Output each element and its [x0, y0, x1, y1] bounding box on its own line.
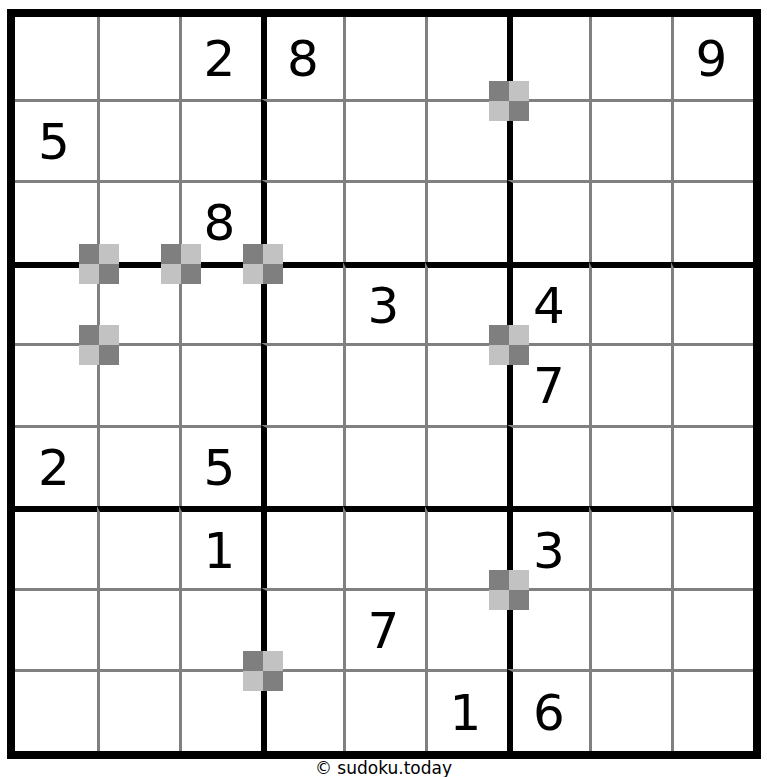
cell-r6c4[interactable]: [261, 425, 343, 507]
battenburg-marker: [489, 325, 529, 365]
battenburg-quadrant-dark: [243, 651, 263, 671]
battenburg-quadrant-light: [181, 244, 201, 264]
cell-r5c3[interactable]: [179, 343, 261, 425]
given-digit: 8: [204, 198, 236, 248]
battenburg-quadrant-dark: [263, 264, 283, 284]
cell-r2c1[interactable]: 5: [15, 99, 97, 181]
battenburg-quadrant-light: [509, 81, 529, 101]
cell-r7c4[interactable]: [261, 506, 343, 588]
battenburg-quadrant-dark: [181, 264, 201, 284]
battenburg-quadrant-light: [243, 671, 263, 691]
battenburg-quadrant-dark: [243, 244, 263, 264]
cell-r7c3[interactable]: 1: [179, 506, 261, 588]
cell-r8c9[interactable]: [671, 588, 753, 670]
cell-r6c8[interactable]: [589, 425, 671, 507]
given-digit: 5: [38, 117, 70, 167]
given-digit: 5: [204, 443, 236, 493]
battenburg-quadrant-light: [509, 570, 529, 590]
cell-r2c8[interactable]: [589, 99, 671, 181]
battenburg-quadrant-light: [161, 264, 181, 284]
cell-r3c9[interactable]: [671, 180, 753, 262]
cell-r2c3[interactable]: [179, 99, 261, 181]
battenburg-quadrant-dark: [79, 325, 99, 345]
battenburg-quadrant-dark: [161, 244, 181, 264]
battenburg-quadrant-dark: [509, 590, 529, 610]
battenburg-quadrant-light: [79, 345, 99, 365]
cell-r9c6[interactable]: 1: [425, 669, 507, 751]
cell-r7c8[interactable]: [589, 506, 671, 588]
given-digit: 2: [204, 34, 236, 84]
cell-r7c1[interactable]: [15, 506, 97, 588]
given-digit: 7: [533, 361, 565, 411]
battenburg-quadrant-dark: [263, 671, 283, 691]
cell-r6c3[interactable]: 5: [179, 425, 261, 507]
cell-r2c9[interactable]: [671, 99, 753, 181]
given-digit: 9: [696, 34, 728, 84]
battenburg-marker: [161, 244, 201, 284]
cell-r2c2[interactable]: [97, 99, 179, 181]
cell-r9c1[interactable]: [15, 669, 97, 751]
given-digit: 1: [450, 688, 482, 738]
battenburg-quadrant-light: [99, 325, 119, 345]
cell-r3c6[interactable]: [425, 180, 507, 262]
cell-r6c1[interactable]: 2: [15, 425, 97, 507]
cell-r5c5[interactable]: [343, 343, 425, 425]
cell-r9c5[interactable]: [343, 669, 425, 751]
battenburg-quadrant-light: [489, 101, 509, 121]
battenburg-quadrant-dark: [509, 101, 529, 121]
battenburg-quadrant-dark: [489, 325, 509, 345]
cell-r3c8[interactable]: [589, 180, 671, 262]
given-digit: 3: [533, 526, 565, 576]
given-digit: 6: [533, 688, 565, 738]
cell-r9c9[interactable]: [671, 669, 753, 751]
cell-r9c8[interactable]: [589, 669, 671, 751]
cell-r5c8[interactable]: [589, 343, 671, 425]
cell-r6c6[interactable]: [425, 425, 507, 507]
sudoku-board: 289583472513716: [7, 9, 761, 759]
cell-r7c2[interactable]: [97, 506, 179, 588]
cell-r6c7[interactable]: [507, 425, 589, 507]
battenburg-quadrant-dark: [509, 345, 529, 365]
cell-r4c8[interactable]: [589, 262, 671, 344]
battenburg-quadrant-light: [243, 264, 263, 284]
battenburg-quadrant-light: [263, 244, 283, 264]
cell-r6c5[interactable]: [343, 425, 425, 507]
cell-r2c4[interactable]: [261, 99, 343, 181]
cell-r6c9[interactable]: [671, 425, 753, 507]
cell-r8c8[interactable]: [589, 588, 671, 670]
cell-r1c9[interactable]: 9: [671, 17, 753, 99]
cell-r3c5[interactable]: [343, 180, 425, 262]
cell-r7c9[interactable]: [671, 506, 753, 588]
cell-r1c2[interactable]: [97, 17, 179, 99]
cell-r8c5[interactable]: 7: [343, 588, 425, 670]
cell-r5c9[interactable]: [671, 343, 753, 425]
given-digit: 8: [287, 34, 319, 84]
battenburg-marker: [489, 570, 529, 610]
battenburg-quadrant-light: [79, 264, 99, 284]
battenburg-marker: [489, 81, 529, 121]
battenburg-quadrant-dark: [99, 345, 119, 365]
cell-r6c2[interactable]: [97, 425, 179, 507]
cell-r7c5[interactable]: [343, 506, 425, 588]
cell-r8c1[interactable]: [15, 588, 97, 670]
cell-r1c8[interactable]: [589, 17, 671, 99]
battenburg-quadrant-dark: [99, 264, 119, 284]
battenburg-quadrant-light: [263, 651, 283, 671]
cell-r8c2[interactable]: [97, 588, 179, 670]
given-digit: 4: [533, 281, 565, 331]
given-digit: 1: [204, 526, 236, 576]
cell-r9c7[interactable]: 6: [507, 669, 589, 751]
battenburg-quadrant-dark: [489, 81, 509, 101]
given-digit: 2: [38, 443, 70, 493]
battenburg-quadrant-dark: [489, 570, 509, 590]
given-digit: 3: [368, 281, 400, 331]
cell-r1c4[interactable]: 8: [261, 17, 343, 99]
battenburg-marker: [79, 325, 119, 365]
cell-r1c1[interactable]: [15, 17, 97, 99]
battenburg-marker: [243, 651, 283, 691]
given-digit: 7: [368, 606, 400, 656]
cell-r3c7[interactable]: [507, 180, 589, 262]
battenburg-quadrant-light: [509, 325, 529, 345]
cell-r4c5[interactable]: 3: [343, 262, 425, 344]
cell-r2c5[interactable]: [343, 99, 425, 181]
battenburg-marker: [79, 244, 119, 284]
battenburg-quadrant-light: [99, 244, 119, 264]
battenburg-quadrant-light: [489, 590, 509, 610]
battenburg-quadrant-light: [489, 345, 509, 365]
copyright: © sudoku.today: [0, 759, 767, 777]
cell-r1c5[interactable]: [343, 17, 425, 99]
battenburg-quadrant-dark: [79, 244, 99, 264]
cell-r9c2[interactable]: [97, 669, 179, 751]
cell-r5c4[interactable]: [261, 343, 343, 425]
cell-r4c9[interactable]: [671, 262, 753, 344]
battenburg-marker: [243, 244, 283, 284]
cell-r1c3[interactable]: 2: [179, 17, 261, 99]
